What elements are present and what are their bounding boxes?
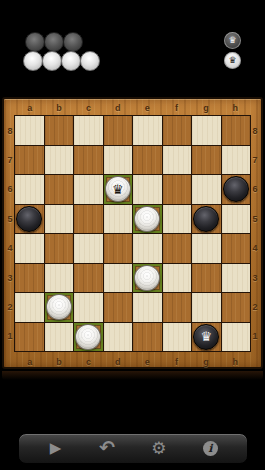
square-g4[interactable]	[192, 234, 221, 263]
checkers-board: abcdefgh 87654321 ♛♛ 87654321 abcdefgh	[2, 97, 263, 369]
square-a1[interactable]	[15, 323, 44, 352]
captured-light-piece	[61, 51, 81, 71]
square-f4[interactable]	[163, 234, 192, 263]
board-reflection	[2, 371, 263, 380]
square-h7[interactable]	[222, 146, 251, 175]
rank-label: 8	[250, 116, 260, 145]
square-g8[interactable]	[192, 116, 221, 145]
rank-label: 5	[250, 204, 260, 233]
crown-icon: ♛	[228, 36, 236, 45]
white-man-piece[interactable]	[75, 324, 101, 350]
file-labels-bottom: abcdefgh	[15, 356, 250, 368]
square-e1[interactable]	[133, 323, 162, 352]
file-label: g	[191, 102, 220, 114]
square-h6[interactable]	[222, 175, 251, 204]
square-f1[interactable]	[163, 323, 192, 352]
square-h3[interactable]	[222, 264, 251, 293]
white-king-piece[interactable]: ♛	[105, 176, 131, 202]
captured-dark-row	[25, 32, 99, 51]
rank-label: 4	[5, 234, 15, 263]
rank-label: 7	[250, 145, 260, 174]
square-e6[interactable]	[133, 175, 162, 204]
square-f8[interactable]	[163, 116, 192, 145]
square-a2[interactable]	[15, 293, 44, 322]
square-d7[interactable]	[104, 146, 133, 175]
captured-light-piece	[42, 51, 62, 71]
square-a8[interactable]	[15, 116, 44, 145]
square-c7[interactable]	[74, 146, 103, 175]
king-indicators: ♛ ♛	[224, 32, 242, 72]
rank-label: 1	[250, 322, 260, 351]
file-label: b	[44, 102, 73, 114]
white-man-piece[interactable]	[134, 265, 160, 291]
square-a6[interactable]	[15, 175, 44, 204]
file-labels-top: abcdefgh	[15, 102, 250, 114]
square-f2[interactable]	[163, 293, 192, 322]
square-h4[interactable]	[222, 234, 251, 263]
square-f5[interactable]	[163, 205, 192, 234]
square-b6[interactable]	[45, 175, 74, 204]
file-label: d	[103, 356, 132, 368]
square-h8[interactable]	[222, 116, 251, 145]
square-g2[interactable]	[192, 293, 221, 322]
rank-label: 5	[5, 204, 15, 233]
rank-label: 2	[250, 292, 260, 321]
square-e7[interactable]	[133, 146, 162, 175]
square-d3[interactable]	[104, 264, 133, 293]
file-label: h	[221, 102, 250, 114]
square-c2[interactable]	[74, 293, 103, 322]
rank-labels-left: 87654321	[5, 116, 15, 351]
captured-dark-piece	[25, 32, 45, 52]
square-b1[interactable]	[45, 323, 74, 352]
square-d2[interactable]	[104, 293, 133, 322]
captured-dark-piece	[63, 32, 83, 52]
square-h5[interactable]	[222, 205, 251, 234]
file-label: e	[133, 356, 162, 368]
square-d8[interactable]	[104, 116, 133, 145]
settings-button[interactable]: ⚙	[144, 437, 174, 461]
square-a5[interactable]	[15, 205, 44, 234]
square-d1[interactable]	[104, 323, 133, 352]
square-f3[interactable]	[163, 264, 192, 293]
file-label: b	[44, 356, 73, 368]
square-g5[interactable]	[192, 205, 221, 234]
captured-tray	[23, 32, 99, 70]
crown-icon: ♛	[194, 325, 218, 349]
rank-label: 2	[5, 292, 15, 321]
square-g7[interactable]	[192, 146, 221, 175]
square-d6[interactable]: ♛	[104, 175, 133, 204]
square-b5[interactable]	[45, 205, 74, 234]
square-c5[interactable]	[74, 205, 103, 234]
file-label: c	[74, 356, 103, 368]
square-c6[interactable]	[74, 175, 103, 204]
square-c1[interactable]	[74, 323, 103, 352]
captured-light-piece	[80, 51, 100, 71]
captured-light-piece	[23, 51, 43, 71]
rank-label: 8	[5, 116, 15, 145]
rank-label: 6	[5, 175, 15, 204]
square-b7[interactable]	[45, 146, 74, 175]
square-g3[interactable]	[192, 264, 221, 293]
black-man-piece[interactable]	[193, 206, 219, 232]
square-b4[interactable]	[45, 234, 74, 263]
rank-label: 6	[250, 175, 260, 204]
square-e2[interactable]	[133, 293, 162, 322]
square-b8[interactable]	[45, 116, 74, 145]
info-icon: i	[203, 441, 218, 456]
square-b2[interactable]	[45, 293, 74, 322]
square-c3[interactable]	[74, 264, 103, 293]
file-label: g	[191, 356, 220, 368]
square-c8[interactable]	[74, 116, 103, 145]
white-man-piece[interactable]	[134, 206, 160, 232]
file-label: e	[133, 102, 162, 114]
rank-label: 3	[5, 263, 15, 292]
rank-label: 1	[5, 322, 15, 351]
square-d5[interactable]	[104, 205, 133, 234]
square-e3[interactable]	[133, 264, 162, 293]
square-g1[interactable]: ♛	[192, 323, 221, 352]
white-man-piece[interactable]	[46, 294, 72, 320]
play-button[interactable]: ▶	[41, 437, 71, 461]
rank-label: 3	[250, 263, 260, 292]
file-label: a	[15, 356, 44, 368]
info-button[interactable]: i	[195, 437, 225, 461]
file-label: f	[162, 102, 191, 114]
file-label: h	[221, 356, 250, 368]
rank-label: 7	[5, 145, 15, 174]
rank-labels-right: 87654321	[250, 116, 260, 351]
board-grid: ♛♛	[15, 116, 250, 351]
captured-dark-piece	[44, 32, 64, 52]
square-a7[interactable]	[15, 146, 44, 175]
square-f7[interactable]	[163, 146, 192, 175]
black-king-indicator: ♛	[224, 32, 241, 49]
square-e8[interactable]	[133, 116, 162, 145]
black-king-piece[interactable]: ♛	[193, 324, 219, 350]
square-a3[interactable]	[15, 264, 44, 293]
file-label: a	[15, 102, 44, 114]
rank-label: 4	[250, 234, 260, 263]
black-man-piece[interactable]	[223, 176, 249, 202]
square-c4[interactable]	[74, 234, 103, 263]
square-h1[interactable]	[222, 323, 251, 352]
square-g6[interactable]	[192, 175, 221, 204]
toolbar: ▶↶⚙i	[18, 433, 248, 464]
captured-light-row	[23, 51, 99, 70]
square-a4[interactable]	[15, 234, 44, 263]
white-king-indicator: ♛	[224, 52, 241, 69]
square-e5[interactable]	[133, 205, 162, 234]
crown-icon: ♛	[106, 177, 130, 201]
file-label: c	[74, 102, 103, 114]
square-f6[interactable]	[163, 175, 192, 204]
crown-icon: ♛	[228, 56, 236, 65]
square-b3[interactable]	[45, 264, 74, 293]
square-h2[interactable]	[222, 293, 251, 322]
file-label: f	[162, 356, 191, 368]
black-man-piece[interactable]	[16, 206, 42, 232]
square-e4[interactable]	[133, 234, 162, 263]
undo-button[interactable]: ↶	[92, 436, 122, 460]
file-label: d	[103, 102, 132, 114]
square-d4[interactable]	[104, 234, 133, 263]
